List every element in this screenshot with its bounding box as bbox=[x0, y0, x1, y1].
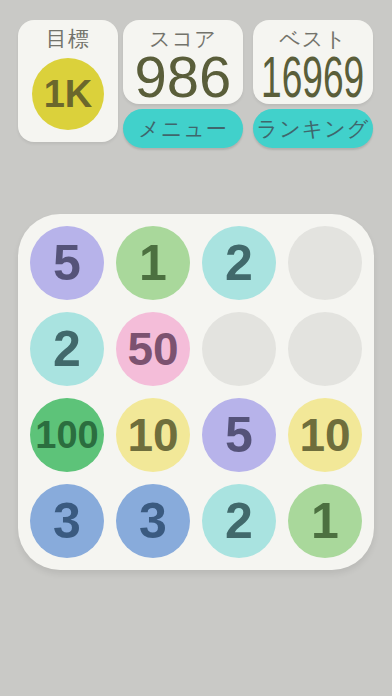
board-cell: 2 bbox=[24, 306, 110, 392]
board-cell: 10 bbox=[110, 392, 196, 478]
tile-10[interactable]: 10 bbox=[288, 398, 362, 472]
tile-3[interactable]: 3 bbox=[116, 484, 190, 558]
tile-5[interactable]: 5 bbox=[30, 226, 104, 300]
tile-2[interactable]: 2 bbox=[30, 312, 104, 386]
ranking-button[interactable]: ランキング bbox=[253, 109, 373, 148]
tile-3[interactable]: 3 bbox=[30, 484, 104, 558]
tile-10[interactable]: 10 bbox=[116, 398, 190, 472]
empty-slot bbox=[202, 312, 276, 386]
board-cell: 5 bbox=[196, 392, 282, 478]
best-column: ベスト 16969 ランキング bbox=[253, 20, 373, 148]
empty-slot bbox=[288, 312, 362, 386]
goal-card: 目標 1K bbox=[18, 20, 118, 142]
board-cell: 5 bbox=[24, 220, 110, 306]
empty-slot bbox=[288, 226, 362, 300]
board-cell: 3 bbox=[24, 478, 110, 564]
goal-label: 目標 bbox=[46, 27, 90, 51]
tile-2[interactable]: 2 bbox=[202, 226, 276, 300]
tile-1[interactable]: 1 bbox=[288, 484, 362, 558]
tile-5[interactable]: 5 bbox=[202, 398, 276, 472]
board-cell: 50 bbox=[110, 306, 196, 392]
score-column: スコア 986 メニュー bbox=[123, 20, 243, 148]
board-cell: 3 bbox=[110, 478, 196, 564]
game-screen: 目標 1K スコア 986 メニュー ベスト 16969 ランキング 51225… bbox=[0, 0, 392, 696]
tile-2[interactable]: 2 bbox=[202, 484, 276, 558]
header: 目標 1K スコア 986 メニュー ベスト 16969 ランキング bbox=[0, 0, 392, 148]
board-cell: 2 bbox=[196, 220, 282, 306]
board-cell: 1 bbox=[110, 220, 196, 306]
board-cell: 1 bbox=[282, 478, 368, 564]
tile-1[interactable]: 1 bbox=[116, 226, 190, 300]
tile-50[interactable]: 50 bbox=[116, 312, 190, 386]
score-card: スコア 986 bbox=[123, 20, 243, 104]
best-value: 16969 bbox=[261, 51, 364, 103]
board-cell bbox=[282, 220, 368, 306]
menu-button[interactable]: メニュー bbox=[123, 109, 243, 148]
tile-100[interactable]: 100 bbox=[30, 398, 104, 472]
board-cell bbox=[196, 306, 282, 392]
board-cell: 10 bbox=[282, 392, 368, 478]
board-cell: 100 bbox=[24, 392, 110, 478]
game-board: 512250100105103321 bbox=[18, 214, 374, 570]
goal-value: 1K bbox=[44, 73, 93, 116]
best-card: ベスト 16969 bbox=[253, 20, 373, 104]
board-cell: 2 bbox=[196, 478, 282, 564]
goal-value-badge: 1K bbox=[32, 58, 104, 130]
board-cell bbox=[282, 306, 368, 392]
score-value: 986 bbox=[135, 51, 232, 103]
